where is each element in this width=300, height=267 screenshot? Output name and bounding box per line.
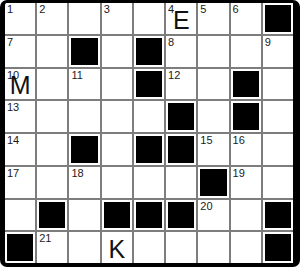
cell-r8c1-black [5, 232, 35, 263]
cell-r6c7-black [198, 167, 228, 198]
cell-r4c7[interactable] [198, 101, 228, 132]
cell-r4c6-black [166, 101, 196, 132]
cell-r4c1[interactable]: 13 [5, 101, 35, 132]
cell-r2c8[interactable] [231, 36, 261, 67]
cell-r7c2-black [37, 200, 67, 231]
cell-r1c8[interactable]: 6 [231, 3, 261, 34]
cell-r5c9[interactable] [263, 134, 293, 165]
cell-r8c6[interactable] [166, 232, 196, 263]
cell-r8c7[interactable] [198, 232, 228, 263]
cell-r7c8[interactable] [231, 200, 261, 231]
crossword-grid: 1234E5678910M1112131415161718192021K [5, 3, 293, 263]
cell-r3c4[interactable] [102, 69, 132, 100]
cell-r8c5[interactable] [134, 232, 164, 263]
cell-r5c5-black [134, 134, 164, 165]
cell-r4c2[interactable] [37, 101, 67, 132]
cell-r5c3-black [69, 134, 99, 165]
cell-r8c2[interactable]: 21 [37, 232, 67, 263]
cell-r8c8[interactable] [231, 232, 261, 263]
cell-r3c7[interactable] [198, 69, 228, 100]
cell-r8c3[interactable] [69, 232, 99, 263]
cell-r5c2[interactable] [37, 134, 67, 165]
cell-r6c3[interactable]: 18 [69, 167, 99, 198]
cell-r5c1[interactable]: 14 [5, 134, 35, 165]
clue-number-20: 20 [200, 200, 212, 213]
clue-number-16: 16 [233, 134, 245, 147]
cell-r2c4[interactable] [102, 36, 132, 67]
cell-r4c8-black [231, 101, 261, 132]
cell-r3c1[interactable]: 10M [5, 69, 35, 100]
clue-number-1: 1 [7, 3, 13, 16]
cell-r1c9-black [263, 3, 293, 34]
cell-r5c4[interactable] [102, 134, 132, 165]
clue-number-14: 14 [7, 134, 19, 147]
cell-r3c6[interactable]: 12 [166, 69, 196, 100]
clue-number-5: 5 [200, 3, 206, 16]
letter-M: M [5, 73, 35, 98]
cell-r4c5[interactable] [134, 101, 164, 132]
cell-r4c4[interactable] [102, 101, 132, 132]
clue-number-9: 9 [265, 36, 271, 49]
clue-number-8: 8 [168, 36, 174, 49]
cell-r7c6-black [166, 200, 196, 231]
clue-number-17: 17 [7, 167, 19, 180]
cell-r7c1[interactable] [5, 200, 35, 231]
cell-r1c5[interactable] [134, 3, 164, 34]
cell-r2c3-black [69, 36, 99, 67]
cell-r6c4[interactable] [102, 167, 132, 198]
cell-r7c7[interactable]: 20 [198, 200, 228, 231]
cell-r1c1[interactable]: 1 [5, 3, 35, 34]
clue-number-2: 2 [39, 3, 45, 16]
clue-number-12: 12 [168, 69, 180, 82]
cell-r6c1[interactable]: 17 [5, 167, 35, 198]
clue-number-11: 11 [71, 69, 82, 82]
cell-r1c3[interactable] [69, 3, 99, 34]
cell-r1c6[interactable]: 4E [166, 3, 196, 34]
cell-r6c8[interactable]: 19 [231, 167, 261, 198]
cell-r1c2[interactable]: 2 [37, 3, 67, 34]
cell-r2c7[interactable] [198, 36, 228, 67]
cell-r7c3[interactable] [69, 200, 99, 231]
clue-number-6: 6 [233, 3, 239, 16]
cell-r6c9[interactable] [263, 167, 293, 198]
cell-r3c3[interactable]: 11 [69, 69, 99, 100]
cell-r8c4[interactable]: K [102, 232, 132, 263]
cell-r8c9-black [263, 232, 293, 263]
cell-r4c9[interactable] [263, 101, 293, 132]
cell-r1c4[interactable]: 3 [102, 3, 132, 34]
clue-number-13: 13 [7, 101, 19, 114]
cell-r3c2[interactable] [37, 69, 67, 100]
cell-r5c7[interactable]: 15 [198, 134, 228, 165]
cell-r4c3[interactable] [69, 101, 99, 132]
clue-number-19: 19 [233, 167, 245, 180]
cell-r6c5[interactable] [134, 167, 164, 198]
cell-r2c5-black [134, 36, 164, 67]
cell-r7c9-black [263, 200, 293, 231]
cell-r2c6[interactable]: 8 [166, 36, 196, 67]
clue-number-15: 15 [200, 134, 212, 147]
cell-r6c6[interactable] [166, 167, 196, 198]
cell-r5c8[interactable]: 16 [231, 134, 261, 165]
cell-r2c9[interactable]: 9 [263, 36, 293, 67]
cell-r6c2[interactable] [37, 167, 67, 198]
cell-r7c5-black [134, 200, 164, 231]
crossword-board: 1234E5678910M1112131415161718192021K [0, 0, 300, 267]
cell-r3c9[interactable] [263, 69, 293, 100]
cell-r1c7[interactable]: 5 [198, 3, 228, 34]
clue-number-7: 7 [7, 36, 13, 49]
cell-r7c4-black [102, 200, 132, 231]
cell-r3c8-black [231, 69, 261, 100]
cell-r2c1[interactable]: 7 [5, 36, 35, 67]
clue-number-18: 18 [71, 167, 83, 180]
letter-K: K [102, 237, 132, 262]
cell-r5c6-black [166, 134, 196, 165]
clue-number-21: 21 [39, 232, 51, 245]
cell-r2c2[interactable] [37, 36, 67, 67]
clue-number-3: 3 [104, 3, 110, 16]
cell-r3c5-black [134, 69, 164, 100]
letter-E: E [166, 8, 196, 33]
